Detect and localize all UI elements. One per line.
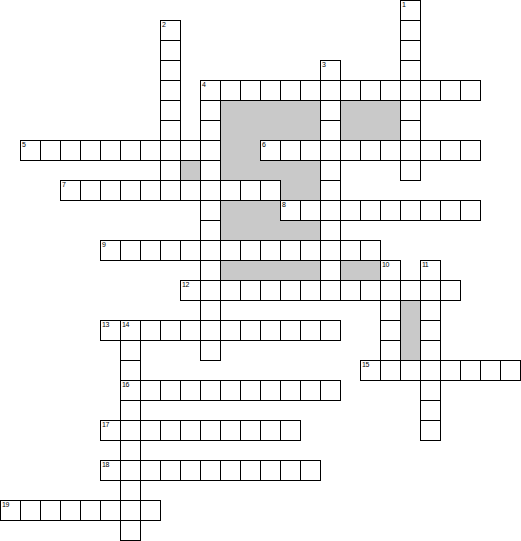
cell[interactable] xyxy=(260,420,281,441)
cell[interactable] xyxy=(180,140,201,161)
cell[interactable] xyxy=(200,300,221,321)
cell[interactable] xyxy=(140,320,161,341)
cell[interactable] xyxy=(240,280,261,301)
cell[interactable] xyxy=(320,200,341,221)
cell[interactable] xyxy=(180,240,201,261)
cell[interactable] xyxy=(140,180,161,201)
cell[interactable] xyxy=(300,280,321,301)
cell[interactable] xyxy=(320,160,341,181)
gray-filler-block xyxy=(220,260,321,281)
cell[interactable] xyxy=(380,80,401,101)
cell[interactable] xyxy=(200,420,221,441)
cell[interactable]: 11 xyxy=(420,260,441,281)
clue-number: 11 xyxy=(422,261,428,269)
cell[interactable] xyxy=(160,160,181,181)
cell[interactable] xyxy=(360,280,381,301)
cell[interactable] xyxy=(200,100,221,121)
crossword-board: 12345678910111213141516171819 xyxy=(0,0,521,541)
cell[interactable]: 17 xyxy=(100,420,121,441)
cell[interactable] xyxy=(140,420,161,441)
cell[interactable] xyxy=(440,200,461,221)
cell[interactable] xyxy=(140,140,161,161)
cell[interactable] xyxy=(400,280,421,301)
cell[interactable] xyxy=(460,200,481,221)
cell[interactable] xyxy=(420,320,441,341)
cell[interactable] xyxy=(380,360,401,381)
cell[interactable] xyxy=(160,380,181,401)
cell[interactable] xyxy=(200,220,221,241)
cell[interactable] xyxy=(400,100,421,121)
cell[interactable]: 1 xyxy=(400,0,421,21)
cell[interactable] xyxy=(400,80,421,101)
cell[interactable] xyxy=(180,420,201,441)
clue-number: 8 xyxy=(282,201,285,209)
cell[interactable] xyxy=(300,140,321,161)
clue-number: 10 xyxy=(382,261,389,269)
clue-number: 1 xyxy=(402,1,405,9)
cell[interactable] xyxy=(280,140,301,161)
gray-filler-block xyxy=(340,100,401,141)
cell[interactable] xyxy=(400,360,421,381)
cell[interactable] xyxy=(200,180,221,201)
cell[interactable] xyxy=(120,400,141,421)
cell[interactable] xyxy=(420,80,441,101)
cell[interactable] xyxy=(280,80,301,101)
cell[interactable] xyxy=(120,440,141,461)
cell[interactable] xyxy=(300,460,321,481)
cell[interactable] xyxy=(160,140,181,161)
cell[interactable] xyxy=(160,60,181,81)
cell[interactable] xyxy=(400,20,421,41)
cell[interactable] xyxy=(180,320,201,341)
cell[interactable]: 10 xyxy=(380,260,401,281)
cell[interactable] xyxy=(80,180,101,201)
cell[interactable] xyxy=(240,320,261,341)
cell[interactable] xyxy=(120,140,141,161)
cell[interactable] xyxy=(60,500,81,521)
cell[interactable] xyxy=(320,280,341,301)
cell[interactable]: 19 xyxy=(0,500,21,521)
cell[interactable] xyxy=(220,80,241,101)
cell[interactable] xyxy=(440,360,461,381)
cell[interactable] xyxy=(300,80,321,101)
clue-number: 16 xyxy=(122,381,129,389)
cell[interactable] xyxy=(360,80,381,101)
cell[interactable] xyxy=(380,140,401,161)
cell[interactable] xyxy=(420,400,441,421)
cell[interactable]: 12 xyxy=(180,280,201,301)
cell[interactable] xyxy=(140,460,161,481)
cell[interactable] xyxy=(60,140,81,161)
cell[interactable] xyxy=(400,60,421,81)
cell[interactable] xyxy=(300,240,321,261)
cell[interactable] xyxy=(440,80,461,101)
cell[interactable] xyxy=(120,240,141,261)
cell[interactable] xyxy=(40,500,61,521)
cell[interactable] xyxy=(280,420,301,441)
cell[interactable] xyxy=(400,120,421,141)
cell[interactable] xyxy=(200,280,221,301)
clue-number: 7 xyxy=(62,181,65,189)
cell[interactable] xyxy=(320,220,341,241)
cell[interactable] xyxy=(80,140,101,161)
cell[interactable] xyxy=(460,140,481,161)
clue-number: 4 xyxy=(202,81,205,89)
cell[interactable] xyxy=(360,140,381,161)
cell[interactable] xyxy=(200,140,221,161)
cell[interactable] xyxy=(340,200,361,221)
cell[interactable] xyxy=(160,40,181,61)
cell[interactable] xyxy=(260,80,281,101)
cell[interactable] xyxy=(260,240,281,261)
cell[interactable]: 5 xyxy=(20,140,41,161)
cell[interactable] xyxy=(160,100,181,121)
gray-filler-block xyxy=(400,300,421,361)
cell[interactable] xyxy=(320,140,341,161)
clue-number: 2 xyxy=(162,21,165,29)
cell[interactable]: 2 xyxy=(160,20,181,41)
cell[interactable] xyxy=(280,280,301,301)
cell[interactable] xyxy=(400,40,421,61)
cell[interactable] xyxy=(240,240,261,261)
cell[interactable] xyxy=(40,140,61,161)
cell[interactable] xyxy=(120,500,141,521)
cell[interactable] xyxy=(140,380,161,401)
cell[interactable] xyxy=(220,460,241,481)
cell[interactable] xyxy=(100,140,121,161)
cell[interactable] xyxy=(240,420,261,441)
cell[interactable] xyxy=(140,240,161,261)
cell[interactable] xyxy=(400,160,421,181)
cell[interactable] xyxy=(200,380,221,401)
gray-filler-block xyxy=(340,260,381,281)
cell[interactable] xyxy=(260,180,281,201)
cell[interactable] xyxy=(120,180,141,201)
cell[interactable] xyxy=(160,80,181,101)
cell[interactable] xyxy=(20,500,41,521)
cell[interactable] xyxy=(380,280,401,301)
cell[interactable] xyxy=(80,500,101,521)
cell[interactable] xyxy=(300,320,321,341)
cell[interactable] xyxy=(260,280,281,301)
clue-number: 6 xyxy=(262,141,265,149)
clue-number: 13 xyxy=(102,321,109,329)
gray-filler-block xyxy=(180,160,201,181)
cell[interactable] xyxy=(380,300,401,321)
cell[interactable] xyxy=(360,240,381,261)
cell[interactable]: 13 xyxy=(100,320,121,341)
cell[interactable] xyxy=(140,500,161,521)
cell[interactable] xyxy=(300,200,321,221)
cell[interactable] xyxy=(360,200,381,221)
cell[interactable] xyxy=(280,460,301,481)
cell[interactable] xyxy=(240,380,261,401)
cell[interactable] xyxy=(240,180,261,201)
cell[interactable] xyxy=(420,340,441,361)
cell[interactable] xyxy=(220,320,241,341)
cell[interactable] xyxy=(220,240,241,261)
cell[interactable] xyxy=(420,360,441,381)
cell[interactable]: 3 xyxy=(320,60,341,81)
cell[interactable] xyxy=(280,380,301,401)
cell[interactable] xyxy=(260,380,281,401)
cell[interactable] xyxy=(120,420,141,441)
clue-number: 5 xyxy=(22,141,25,149)
cell[interactable] xyxy=(280,320,301,341)
cell[interactable] xyxy=(240,460,261,481)
cell[interactable] xyxy=(160,180,181,201)
cell[interactable] xyxy=(320,180,341,201)
cell[interactable] xyxy=(200,160,221,181)
cell[interactable] xyxy=(440,280,461,301)
cell[interactable] xyxy=(180,460,201,481)
cell[interactable] xyxy=(200,460,221,481)
clue-number: 9 xyxy=(102,241,105,249)
cell[interactable] xyxy=(400,140,421,161)
cell[interactable] xyxy=(340,280,361,301)
cell[interactable] xyxy=(320,100,341,121)
clue-number: 15 xyxy=(362,361,369,369)
cell[interactable] xyxy=(200,260,221,281)
cell[interactable]: 7 xyxy=(60,180,81,201)
cell[interactable] xyxy=(220,180,241,201)
cell[interactable] xyxy=(260,320,281,341)
cell[interactable] xyxy=(260,460,281,481)
cell[interactable] xyxy=(120,520,141,541)
cell[interactable]: 4 xyxy=(200,80,221,101)
cell[interactable]: 14 xyxy=(120,320,141,341)
cell[interactable] xyxy=(120,480,141,501)
clue-number: 14 xyxy=(122,321,129,329)
cell[interactable] xyxy=(200,240,221,261)
cell[interactable] xyxy=(160,240,181,261)
cell[interactable] xyxy=(400,200,421,221)
cell[interactable] xyxy=(320,80,341,101)
cell[interactable] xyxy=(220,380,241,401)
cell[interactable] xyxy=(320,380,341,401)
cell[interactable] xyxy=(320,120,341,141)
cell[interactable] xyxy=(160,420,181,441)
cell[interactable] xyxy=(200,340,221,361)
cell[interactable] xyxy=(380,340,401,361)
cell[interactable] xyxy=(280,240,301,261)
cell[interactable] xyxy=(320,240,341,261)
clue-number: 17 xyxy=(102,421,109,429)
cell[interactable] xyxy=(160,320,181,341)
cell[interactable] xyxy=(320,320,341,341)
clue-number: 18 xyxy=(102,461,109,469)
cell[interactable] xyxy=(180,380,201,401)
cell[interactable] xyxy=(420,200,441,221)
cell[interactable] xyxy=(420,140,441,161)
clue-number: 12 xyxy=(182,281,189,289)
cell[interactable]: 15 xyxy=(360,360,381,381)
cell[interactable] xyxy=(320,260,341,281)
cell[interactable] xyxy=(500,360,521,381)
cell[interactable] xyxy=(480,360,501,381)
cell[interactable] xyxy=(120,340,141,361)
cell[interactable] xyxy=(120,460,141,481)
cell[interactable] xyxy=(460,80,481,101)
cell[interactable] xyxy=(380,320,401,341)
cell[interactable] xyxy=(160,460,181,481)
cell[interactable] xyxy=(200,200,221,221)
cell[interactable] xyxy=(380,200,401,221)
cell[interactable] xyxy=(100,180,121,201)
cell[interactable] xyxy=(340,80,361,101)
cell[interactable] xyxy=(460,360,481,381)
cell[interactable] xyxy=(340,140,361,161)
cell[interactable]: 9 xyxy=(100,240,121,261)
cell[interactable]: 16 xyxy=(120,380,141,401)
cell[interactable] xyxy=(420,420,441,441)
cell[interactable] xyxy=(200,120,221,141)
cell[interactable] xyxy=(100,500,121,521)
cell[interactable] xyxy=(440,140,461,161)
cell[interactable]: 18 xyxy=(100,460,121,481)
clue-number: 3 xyxy=(322,61,325,69)
cell[interactable] xyxy=(420,300,441,321)
cell[interactable] xyxy=(180,180,201,201)
cell[interactable] xyxy=(420,280,441,301)
cell[interactable] xyxy=(120,360,141,381)
cell[interactable] xyxy=(240,80,261,101)
cell[interactable] xyxy=(220,280,241,301)
cell[interactable] xyxy=(420,380,441,401)
clue-number: 19 xyxy=(2,501,9,509)
crossword-page: 12345678910111213141516171819 xyxy=(0,0,521,541)
cell[interactable]: 6 xyxy=(260,140,281,161)
cell[interactable] xyxy=(160,120,181,141)
cell[interactable] xyxy=(220,420,241,441)
cell[interactable] xyxy=(340,240,361,261)
cell[interactable] xyxy=(300,380,321,401)
cell[interactable]: 8 xyxy=(280,200,301,221)
cell[interactable] xyxy=(200,320,221,341)
